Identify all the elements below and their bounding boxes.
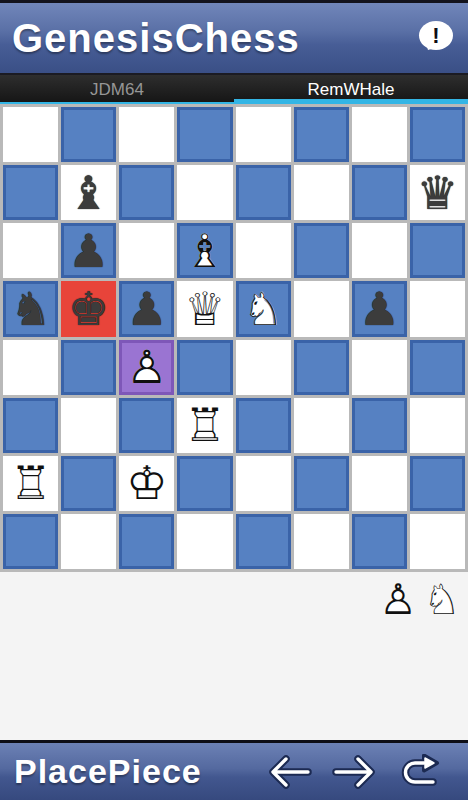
piece-black-pawn: ♟: [355, 284, 404, 333]
square-d2[interactable]: [177, 456, 232, 511]
active-tab-indicator: [234, 99, 468, 104]
piece-black-king: ♚: [61, 281, 116, 336]
square-h7[interactable]: ♛: [410, 165, 465, 220]
square-e1[interactable]: [236, 514, 291, 569]
piece-outline: ♖: [177, 398, 232, 453]
square-b4[interactable]: [61, 340, 116, 395]
piece-white-king: ♚♔: [119, 456, 174, 511]
square-h1[interactable]: [410, 514, 465, 569]
piece-white-rook: ♜♖: [177, 398, 232, 453]
square-b1[interactable]: [61, 514, 116, 569]
square-a3[interactable]: [3, 398, 58, 453]
square-e3[interactable]: [236, 398, 291, 453]
square-e7[interactable]: [236, 165, 291, 220]
square-b5[interactable]: ♚: [61, 281, 116, 336]
square-a8[interactable]: [3, 107, 58, 162]
piece-glyph: ♟: [122, 284, 171, 333]
square-h8[interactable]: [410, 107, 465, 162]
square-f4[interactable]: [294, 340, 349, 395]
hand-piece-white-pawn[interactable]: ♟♙: [376, 576, 420, 624]
piece-black-pawn: ♟: [122, 284, 171, 333]
piece-glyph: ♛: [410, 165, 465, 220]
square-c2[interactable]: ♚♔: [119, 456, 174, 511]
square-g2[interactable]: [352, 456, 407, 511]
square-h4[interactable]: [410, 340, 465, 395]
back-button[interactable]: [256, 749, 322, 795]
square-b3[interactable]: [61, 398, 116, 453]
square-f5[interactable]: [294, 281, 349, 336]
square-f6[interactable]: [294, 223, 349, 278]
piece-outline: ♘: [239, 284, 288, 333]
toolbar-mode-label: PlacePiece: [14, 752, 202, 791]
piece-white-knight: ♞♘: [239, 284, 288, 333]
redo-button[interactable]: [388, 749, 454, 795]
piece-outline: ♙: [122, 343, 171, 392]
piece-outline: ♕: [177, 281, 232, 336]
piece-glyph: ♝: [61, 165, 116, 220]
square-c4[interactable]: ♟♙: [119, 340, 174, 395]
exclamation-bubble-icon: !: [419, 21, 453, 50]
chess-board: ♝♛♟♝♗♞♚♟♛♕♞♘♟♟♙♜♖♜♖♚♔: [0, 104, 468, 572]
arrow-right-icon: [330, 754, 380, 790]
piece-white-rook: ♜♖: [3, 456, 58, 511]
square-b8[interactable]: [61, 107, 116, 162]
hand-piece-white-knight[interactable]: ♞♘: [420, 576, 464, 624]
bottom-toolbar: PlacePiece: [0, 740, 468, 800]
piece-outline: ♔: [119, 456, 174, 511]
square-c8[interactable]: [119, 107, 174, 162]
piece-glyph: ♟: [355, 284, 404, 333]
square-a2[interactable]: ♜♖: [3, 456, 58, 511]
square-b6[interactable]: ♟: [61, 223, 116, 278]
square-d8[interactable]: [177, 107, 232, 162]
alert-button[interactable]: !: [416, 19, 456, 57]
arrow-left-icon: [264, 754, 314, 790]
square-f3[interactable]: [294, 398, 349, 453]
square-f2[interactable]: [294, 456, 349, 511]
forward-button[interactable]: [322, 749, 388, 795]
square-b7[interactable]: ♝: [61, 165, 116, 220]
square-a6[interactable]: [3, 223, 58, 278]
square-c6[interactable]: [119, 223, 174, 278]
square-f8[interactable]: [294, 107, 349, 162]
square-b2[interactable]: [61, 456, 116, 511]
piece-black-pawn: ♟: [64, 226, 113, 275]
square-e4[interactable]: [236, 340, 291, 395]
square-a5[interactable]: ♞: [3, 281, 58, 336]
square-e5[interactable]: ♞♘: [236, 281, 291, 336]
app-header: GenesisChess !: [0, 0, 468, 75]
square-h2[interactable]: [410, 456, 465, 511]
redo-curved-arrow-icon: [398, 754, 444, 790]
square-g5[interactable]: ♟: [352, 281, 407, 336]
piece-glyph: ♞: [6, 284, 55, 333]
square-e8[interactable]: [236, 107, 291, 162]
piece-glyph: ♚: [61, 281, 116, 336]
square-a4[interactable]: [3, 340, 58, 395]
square-g4[interactable]: [352, 340, 407, 395]
square-d1[interactable]: [177, 514, 232, 569]
piece-tray: ♟♙♞♘: [0, 572, 468, 740]
piece-white-pawn: ♟♙: [122, 343, 171, 392]
square-c3[interactable]: [119, 398, 174, 453]
tab-jdm64[interactable]: JDM64: [0, 75, 234, 104]
piece-outline: ♖: [3, 456, 58, 511]
piece-glyph: ♟: [64, 226, 113, 275]
square-c1[interactable]: [119, 514, 174, 569]
square-e2[interactable]: [236, 456, 291, 511]
app-title: GenesisChess: [12, 16, 300, 61]
square-d3[interactable]: ♜♖: [177, 398, 232, 453]
piece-white-bishop: ♝♗: [180, 226, 229, 275]
square-g8[interactable]: [352, 107, 407, 162]
piece-black-queen: ♛: [410, 165, 465, 220]
square-c5[interactable]: ♟: [119, 281, 174, 336]
square-h5[interactable]: [410, 281, 465, 336]
piece-outline: ♗: [180, 226, 229, 275]
square-d5[interactable]: ♛♕: [177, 281, 232, 336]
piece-white-pawn: ♟♙: [376, 576, 420, 624]
player-tabbar: JDM64 RemWHale: [0, 75, 468, 104]
piece-black-bishop: ♝: [61, 165, 116, 220]
square-g6[interactable]: [352, 223, 407, 278]
square-h6[interactable]: [410, 223, 465, 278]
square-a1[interactable]: [3, 514, 58, 569]
square-f1[interactable]: [294, 514, 349, 569]
square-c7[interactable]: [119, 165, 174, 220]
square-f7[interactable]: [294, 165, 349, 220]
square-d4[interactable]: [177, 340, 232, 395]
square-g3[interactable]: [352, 398, 407, 453]
square-a7[interactable]: [3, 165, 58, 220]
square-g1[interactable]: [352, 514, 407, 569]
square-e6[interactable]: [236, 223, 291, 278]
square-d6[interactable]: ♝♗: [177, 223, 232, 278]
piece-white-knight: ♞♘: [420, 576, 464, 624]
white-hand-pieces: ♟♙♞♘: [376, 576, 464, 624]
piece-white-queen: ♛♕: [177, 281, 232, 336]
piece-black-knight: ♞: [6, 284, 55, 333]
square-g7[interactable]: [352, 165, 407, 220]
square-d7[interactable]: [177, 165, 232, 220]
piece-outline: ♘: [420, 576, 464, 624]
piece-outline: ♙: [376, 576, 420, 624]
square-h3[interactable]: [410, 398, 465, 453]
